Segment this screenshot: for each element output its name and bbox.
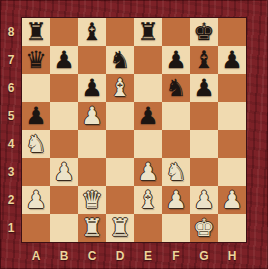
square-e8[interactable]: ♜ [134,18,162,46]
file-labels: ABCDEFGH [22,242,246,269]
piece-white-pawn[interactable]: ♟ [53,158,75,186]
square-d2[interactable] [106,186,134,214]
piece-white-pawn[interactable]: ♟ [81,102,103,130]
piece-white-rook[interactable]: ♜ [81,214,103,242]
square-g3[interactable] [190,158,218,186]
square-b7[interactable]: ♟ [50,46,78,74]
square-b3[interactable]: ♟ [50,158,78,186]
square-a8[interactable]: ♜ [22,18,50,46]
square-e4[interactable] [134,130,162,158]
file-label-f: F [162,242,190,269]
square-f4[interactable] [162,130,190,158]
rank-label-5: 5 [0,102,22,130]
square-a7[interactable]: ♛ [22,46,50,74]
square-h4[interactable] [218,130,246,158]
square-a1[interactable] [22,214,50,242]
rank-label-1: 1 [0,214,22,242]
square-a2[interactable]: ♟ [22,186,50,214]
square-g2[interactable]: ♟ [190,186,218,214]
file-label-d: D [106,242,134,269]
chess-board: ♜♝♜♚♛♟♞♟♝♟♟♝♞♟♟♟♟♞♟♟♞♟♛♝♟♟♟♜♜♚ [22,18,246,242]
square-f7[interactable]: ♟ [162,46,190,74]
square-e3[interactable]: ♟ [134,158,162,186]
square-c5[interactable]: ♟ [78,102,106,130]
file-label-h: H [218,242,246,269]
square-g8[interactable]: ♚ [190,18,218,46]
square-a4[interactable]: ♞ [22,130,50,158]
file-label-c: C [78,242,106,269]
square-d4[interactable] [106,130,134,158]
rank-labels: 87654321 [0,18,22,242]
square-g1[interactable]: ♚ [190,214,218,242]
piece-black-king[interactable]: ♚ [193,18,215,46]
square-d1[interactable]: ♜ [106,214,134,242]
square-b2[interactable] [50,186,78,214]
square-h3[interactable] [218,158,246,186]
square-d3[interactable] [106,158,134,186]
piece-white-knight[interactable]: ♞ [25,130,47,158]
piece-black-pawn[interactable]: ♟ [81,74,103,102]
rank-label-3: 3 [0,158,22,186]
square-f2[interactable]: ♟ [162,186,190,214]
piece-black-rook[interactable]: ♜ [137,18,159,46]
square-e5[interactable]: ♟ [134,102,162,130]
piece-black-knight[interactable]: ♞ [165,74,187,102]
piece-black-pawn[interactable]: ♟ [193,74,215,102]
square-c3[interactable] [78,158,106,186]
square-h6[interactable] [218,74,246,102]
chess-board-frame: 87654321 ♜♝♜♚♛♟♞♟♝♟♟♝♞♟♟♟♟♞♟♟♞♟♛♝♟♟♟♜♜♚ … [0,0,268,269]
file-label-g: G [190,242,218,269]
file-label-e: E [134,242,162,269]
square-f5[interactable] [162,102,190,130]
square-e7[interactable] [134,46,162,74]
file-label-b: B [50,242,78,269]
square-d5[interactable] [106,102,134,130]
square-f3[interactable]: ♞ [162,158,190,186]
square-b6[interactable] [50,74,78,102]
piece-black-pawn[interactable]: ♟ [53,46,75,74]
piece-white-pawn[interactable]: ♟ [25,186,47,214]
piece-white-bishop[interactable]: ♝ [109,74,131,102]
square-h5[interactable] [218,102,246,130]
square-b8[interactable] [50,18,78,46]
rank-label-7: 7 [0,46,22,74]
square-a5[interactable]: ♟ [22,102,50,130]
square-e1[interactable] [134,214,162,242]
square-c2[interactable]: ♛ [78,186,106,214]
square-c7[interactable] [78,46,106,74]
piece-white-pawn[interactable]: ♟ [193,186,215,214]
piece-white-bishop[interactable]: ♝ [137,186,159,214]
piece-black-pawn[interactable]: ♟ [25,102,47,130]
square-a3[interactable] [22,158,50,186]
rank-label-4: 4 [0,130,22,158]
square-h8[interactable] [218,18,246,46]
square-h1[interactable] [218,214,246,242]
piece-black-bishop[interactable]: ♝ [193,46,215,74]
square-d7[interactable]: ♞ [106,46,134,74]
piece-black-pawn[interactable]: ♟ [137,102,159,130]
piece-white-pawn[interactable]: ♟ [221,186,243,214]
square-f6[interactable]: ♞ [162,74,190,102]
square-g6[interactable]: ♟ [190,74,218,102]
square-d8[interactable] [106,18,134,46]
square-f1[interactable] [162,214,190,242]
piece-black-pawn[interactable]: ♟ [221,46,243,74]
piece-black-queen[interactable]: ♛ [25,46,47,74]
piece-black-knight[interactable]: ♞ [109,46,131,74]
piece-white-rook[interactable]: ♜ [109,214,131,242]
square-g5[interactable] [190,102,218,130]
square-b4[interactable] [50,130,78,158]
square-c6[interactable]: ♟ [78,74,106,102]
square-g4[interactable] [190,130,218,158]
rank-label-8: 8 [0,18,22,46]
piece-black-bishop[interactable]: ♝ [81,18,103,46]
square-h2[interactable]: ♟ [218,186,246,214]
square-g7[interactable]: ♝ [190,46,218,74]
piece-white-queen[interactable]: ♛ [81,186,103,214]
rank-label-6: 6 [0,74,22,102]
square-c8[interactable]: ♝ [78,18,106,46]
file-label-a: A [22,242,50,269]
square-f8[interactable] [162,18,190,46]
square-c1[interactable]: ♜ [78,214,106,242]
piece-white-pawn[interactable]: ♟ [165,186,187,214]
piece-white-knight[interactable]: ♞ [165,158,187,186]
square-b1[interactable] [50,214,78,242]
piece-white-pawn[interactable]: ♟ [137,158,159,186]
square-h7[interactable]: ♟ [218,46,246,74]
piece-black-rook[interactable]: ♜ [25,18,47,46]
square-a6[interactable] [22,74,50,102]
square-c4[interactable] [78,130,106,158]
square-e2[interactable]: ♝ [134,186,162,214]
piece-white-king[interactable]: ♚ [193,214,215,242]
rank-label-2: 2 [0,186,22,214]
square-e6[interactable] [134,74,162,102]
square-d6[interactable]: ♝ [106,74,134,102]
square-b5[interactable] [50,102,78,130]
piece-black-pawn[interactable]: ♟ [165,46,187,74]
